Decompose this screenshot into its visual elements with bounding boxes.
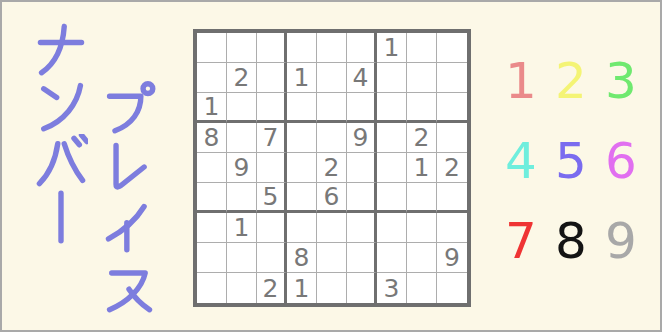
cell-r9c5[interactable] <box>317 273 347 303</box>
title-char-レ <box>102 140 156 194</box>
cell-r4c1[interactable]: 8 <box>197 123 227 153</box>
cell-r6c4[interactable] <box>287 183 317 213</box>
cell-r8c8[interactable] <box>407 243 437 273</box>
number-palette: 123456789 <box>496 41 646 281</box>
cell-r8c1[interactable] <box>197 243 227 273</box>
cell-r1c8[interactable] <box>407 33 437 63</box>
cell-r5c5[interactable]: 2 <box>317 153 347 183</box>
cell-r2c1[interactable] <box>197 63 227 93</box>
cell-r3c5[interactable] <box>317 93 347 123</box>
cell-r4c7[interactable] <box>377 123 407 153</box>
cell-r4c6[interactable]: 9 <box>347 123 377 153</box>
cell-r4c4[interactable] <box>287 123 317 153</box>
cell-r7c9[interactable] <box>437 213 467 243</box>
palette-digit-3[interactable]: 3 <box>596 41 646 121</box>
cell-r1c4[interactable] <box>287 33 317 63</box>
cell-r9c7[interactable]: 3 <box>377 273 407 303</box>
cell-r3c2[interactable] <box>227 93 257 123</box>
cell-r1c5[interactable] <box>317 33 347 63</box>
cell-r9c9[interactable] <box>437 273 467 303</box>
cell-r4c9[interactable] <box>437 123 467 153</box>
cell-r3c1[interactable]: 1 <box>197 93 227 123</box>
cell-r3c7[interactable] <box>377 93 407 123</box>
cell-r9c4[interactable]: 1 <box>287 273 317 303</box>
palette-digit-8[interactable]: 8 <box>546 201 596 281</box>
cell-r1c2[interactable] <box>227 33 257 63</box>
sudoku-board: 121418792921256189213 <box>193 29 471 307</box>
cell-r6c1[interactable] <box>197 183 227 213</box>
title-char-バ <box>34 134 88 188</box>
cell-r3c3[interactable] <box>257 93 287 123</box>
title-char-ン <box>34 78 88 132</box>
cell-r6c8[interactable] <box>407 183 437 213</box>
cell-r8c3[interactable] <box>257 243 287 273</box>
cell-r5c6[interactable] <box>347 153 377 183</box>
cell-r2c7[interactable] <box>377 63 407 93</box>
cell-r7c3[interactable] <box>257 213 287 243</box>
cell-r1c6[interactable] <box>347 33 377 63</box>
cell-r7c8[interactable] <box>407 213 437 243</box>
cell-r3c4[interactable] <box>287 93 317 123</box>
cell-r6c5[interactable]: 6 <box>317 183 347 213</box>
sudoku-app: 121418792921256189213 123456789 <box>0 0 662 332</box>
title-char-ス <box>102 260 156 314</box>
cell-r6c2[interactable] <box>227 183 257 213</box>
palette-digit-9[interactable]: 9 <box>596 201 646 281</box>
cell-r5c1[interactable] <box>197 153 227 183</box>
cell-r2c3[interactable] <box>257 63 287 93</box>
cell-r3c8[interactable] <box>407 93 437 123</box>
cell-r2c9[interactable] <box>437 63 467 93</box>
palette-digit-1[interactable]: 1 <box>496 41 546 121</box>
cell-r5c2[interactable]: 9 <box>227 153 257 183</box>
cell-r7c5[interactable] <box>317 213 347 243</box>
cell-r9c2[interactable] <box>227 273 257 303</box>
cell-r7c4[interactable] <box>287 213 317 243</box>
cell-r7c6[interactable] <box>347 213 377 243</box>
cell-r9c1[interactable] <box>197 273 227 303</box>
cell-r1c7[interactable]: 1 <box>377 33 407 63</box>
cell-r4c2[interactable] <box>227 123 257 153</box>
cell-r5c3[interactable] <box>257 153 287 183</box>
palette-digit-6[interactable]: 6 <box>596 121 646 201</box>
cell-r2c5[interactable] <box>317 63 347 93</box>
cell-r1c1[interactable] <box>197 33 227 63</box>
palette-digit-5[interactable]: 5 <box>546 121 596 201</box>
palette-digit-4[interactable]: 4 <box>496 121 546 201</box>
cell-r2c2[interactable]: 2 <box>227 63 257 93</box>
title-char-ー <box>34 190 88 244</box>
cell-r6c6[interactable] <box>347 183 377 213</box>
cell-r4c3[interactable]: 7 <box>257 123 287 153</box>
cell-r3c9[interactable] <box>437 93 467 123</box>
cell-r7c1[interactable] <box>197 213 227 243</box>
cell-r2c8[interactable] <box>407 63 437 93</box>
title-char-プ <box>102 80 156 134</box>
cell-r5c9[interactable]: 2 <box>437 153 467 183</box>
cell-r8c9[interactable]: 9 <box>437 243 467 273</box>
cell-r4c8[interactable]: 2 <box>407 123 437 153</box>
title-char-ナ <box>34 22 88 76</box>
cell-r9c8[interactable] <box>407 273 437 303</box>
cell-r1c3[interactable] <box>257 33 287 63</box>
cell-r6c9[interactable] <box>437 183 467 213</box>
cell-r9c3[interactable]: 2 <box>257 273 287 303</box>
cell-r7c2[interactable]: 1 <box>227 213 257 243</box>
cell-r8c4[interactable]: 8 <box>287 243 317 273</box>
title-char-イ <box>102 200 156 254</box>
cell-r5c8[interactable]: 1 <box>407 153 437 183</box>
cell-r5c4[interactable] <box>287 153 317 183</box>
cell-r3c6[interactable] <box>347 93 377 123</box>
cell-r8c6[interactable] <box>347 243 377 273</box>
cell-r4c5[interactable] <box>317 123 347 153</box>
cell-r8c7[interactable] <box>377 243 407 273</box>
cell-r6c7[interactable] <box>377 183 407 213</box>
cell-r6c3[interactable]: 5 <box>257 183 287 213</box>
cell-r1c9[interactable] <box>437 33 467 63</box>
cell-r5c7[interactable] <box>377 153 407 183</box>
palette-digit-2[interactable]: 2 <box>546 41 596 121</box>
cell-r2c6[interactable]: 4 <box>347 63 377 93</box>
cell-r8c2[interactable] <box>227 243 257 273</box>
cell-r9c6[interactable] <box>347 273 377 303</box>
cell-r7c7[interactable] <box>377 213 407 243</box>
cell-r2c4[interactable]: 1 <box>287 63 317 93</box>
palette-digit-7[interactable]: 7 <box>496 201 546 281</box>
cell-r8c5[interactable] <box>317 243 347 273</box>
